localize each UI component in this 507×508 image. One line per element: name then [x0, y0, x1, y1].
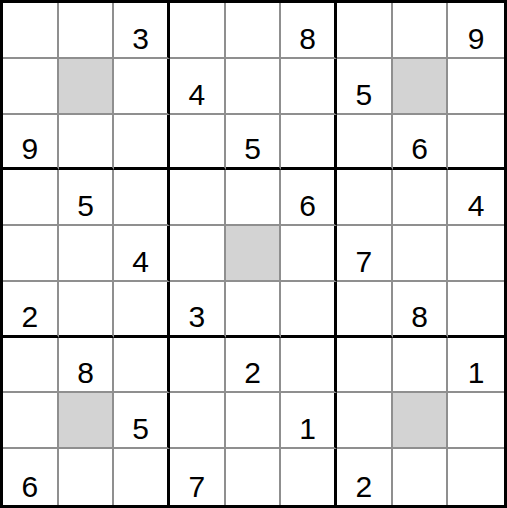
cell-r3c9[interactable]	[448, 115, 504, 171]
cell-r3c8: 6	[393, 115, 449, 171]
cell-r1c3: 3	[114, 3, 170, 59]
cell-r1c9: 9	[448, 3, 504, 59]
cell-r5c9[interactable]	[448, 226, 504, 282]
cell-r6c5[interactable]	[226, 282, 282, 338]
cell-r2c7: 5	[337, 59, 393, 115]
cell-r9c3[interactable]	[114, 449, 170, 505]
cell-r4c1[interactable]	[3, 170, 59, 226]
cell-r3c4[interactable]	[170, 115, 226, 171]
cell-r8c8[interactable]	[393, 393, 449, 449]
cell-r4c8[interactable]	[393, 170, 449, 226]
cell-r2c2[interactable]	[59, 59, 115, 115]
cell-r5c4[interactable]	[170, 226, 226, 282]
cell-r7c3[interactable]	[114, 338, 170, 394]
cell-r6c2[interactable]	[59, 282, 115, 338]
cell-r6c4: 3	[170, 282, 226, 338]
cell-r7c2: 8	[59, 338, 115, 394]
cell-r3c5: 5	[226, 115, 282, 171]
cell-r5c8[interactable]	[393, 226, 449, 282]
cell-r7c8[interactable]	[393, 338, 449, 394]
cell-r6c9[interactable]	[448, 282, 504, 338]
cell-r3c6[interactable]	[281, 115, 337, 171]
cell-r9c9[interactable]	[448, 449, 504, 505]
cell-r7c4[interactable]	[170, 338, 226, 394]
cell-r1c6: 8	[281, 3, 337, 59]
cell-r9c6[interactable]	[281, 449, 337, 505]
cell-r7c7[interactable]	[337, 338, 393, 394]
cell-r5c3: 4	[114, 226, 170, 282]
cell-r4c9: 4	[448, 170, 504, 226]
cell-r8c2[interactable]	[59, 393, 115, 449]
cell-r2c3[interactable]	[114, 59, 170, 115]
cell-r4c7[interactable]	[337, 170, 393, 226]
cell-r2c8[interactable]	[393, 59, 449, 115]
cell-r2c1[interactable]	[3, 59, 59, 115]
cell-r6c1: 2	[3, 282, 59, 338]
cell-r9c8[interactable]	[393, 449, 449, 505]
cell-r1c1[interactable]	[3, 3, 59, 59]
sudoku-board: 389459565644723882151672	[0, 0, 507, 508]
cell-r4c3[interactable]	[114, 170, 170, 226]
cell-r7c6[interactable]	[281, 338, 337, 394]
cell-r7c1[interactable]	[3, 338, 59, 394]
cell-r1c5[interactable]	[226, 3, 282, 59]
cell-r3c1: 9	[3, 115, 59, 171]
cell-r8c4[interactable]	[170, 393, 226, 449]
cell-r5c7: 7	[337, 226, 393, 282]
cell-r5c5[interactable]	[226, 226, 282, 282]
cell-r4c4[interactable]	[170, 170, 226, 226]
cell-r7c9: 1	[448, 338, 504, 394]
cell-r2c9[interactable]	[448, 59, 504, 115]
cell-r1c8[interactable]	[393, 3, 449, 59]
cell-r6c7[interactable]	[337, 282, 393, 338]
cell-r4c6: 6	[281, 170, 337, 226]
cell-r2c6[interactable]	[281, 59, 337, 115]
cell-r9c7: 2	[337, 449, 393, 505]
cell-r4c2: 5	[59, 170, 115, 226]
cell-r3c7[interactable]	[337, 115, 393, 171]
cell-r1c4[interactable]	[170, 3, 226, 59]
cell-r5c1[interactable]	[3, 226, 59, 282]
cell-r2c5[interactable]	[226, 59, 282, 115]
cell-r5c2[interactable]	[59, 226, 115, 282]
cell-r5c6[interactable]	[281, 226, 337, 282]
cell-r6c8: 8	[393, 282, 449, 338]
cell-r8c3: 5	[114, 393, 170, 449]
cell-r8c5[interactable]	[226, 393, 282, 449]
cell-r2c4: 4	[170, 59, 226, 115]
cell-r9c5[interactable]	[226, 449, 282, 505]
cell-r6c6[interactable]	[281, 282, 337, 338]
sudoku-puzzle: 389459565644723882151672	[0, 0, 507, 508]
cell-r3c2[interactable]	[59, 115, 115, 171]
cell-r9c2[interactable]	[59, 449, 115, 505]
cell-r1c7[interactable]	[337, 3, 393, 59]
cell-r4c5[interactable]	[226, 170, 282, 226]
cell-r6c3[interactable]	[114, 282, 170, 338]
cell-r8c6: 1	[281, 393, 337, 449]
cell-r9c1: 6	[3, 449, 59, 505]
cell-r7c5: 2	[226, 338, 282, 394]
cell-r9c4: 7	[170, 449, 226, 505]
cell-r8c9[interactable]	[448, 393, 504, 449]
cell-r8c1[interactable]	[3, 393, 59, 449]
cell-r8c7[interactable]	[337, 393, 393, 449]
cell-r1c2[interactable]	[59, 3, 115, 59]
cell-r3c3[interactable]	[114, 115, 170, 171]
